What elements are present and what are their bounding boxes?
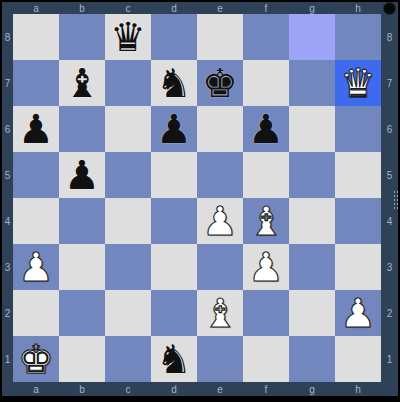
- square-c5[interactable]: [105, 152, 151, 198]
- square-g3[interactable]: [289, 244, 335, 290]
- square-f7[interactable]: [243, 60, 289, 106]
- piece-white-bishop-e2[interactable]: ♝: [202, 290, 238, 336]
- square-f3[interactable]: ♟: [243, 244, 289, 290]
- square-c7[interactable]: [105, 60, 151, 106]
- square-c3[interactable]: [105, 244, 151, 290]
- square-f5[interactable]: [243, 152, 289, 198]
- square-c1[interactable]: [105, 336, 151, 382]
- chess-board-panel: ♛♝♞♚♛♟♟♟♟♟♝♟♟♝♟♚♞ aabbccddeeffgghh887766…: [0, 0, 400, 402]
- square-a3[interactable]: ♟: [13, 244, 59, 290]
- piece-black-knight-d7[interactable]: ♞: [156, 60, 192, 106]
- chess-board[interactable]: ♛♝♞♚♛♟♟♟♟♟♝♟♟♝♟♚♞: [13, 14, 381, 382]
- rank-label-right-1: 1: [381, 336, 398, 382]
- square-h5[interactable]: [335, 152, 381, 198]
- square-a4[interactable]: [13, 198, 59, 244]
- square-e8[interactable]: [197, 14, 243, 60]
- square-g6[interactable]: [289, 106, 335, 152]
- rank-label-right-2: 2: [381, 290, 398, 336]
- square-b8[interactable]: [59, 14, 105, 60]
- rank-label-right-8: 8: [381, 14, 398, 60]
- file-label-top-e: e: [197, 2, 243, 14]
- file-label-bottom-d: d: [151, 382, 197, 396]
- piece-black-king-e7[interactable]: ♚: [202, 60, 238, 106]
- square-f2[interactable]: [243, 290, 289, 336]
- square-a8[interactable]: [13, 14, 59, 60]
- square-g7[interactable]: [289, 60, 335, 106]
- piece-black-knight-d1[interactable]: ♞: [156, 336, 192, 382]
- file-label-top-a: a: [13, 2, 59, 14]
- square-e4[interactable]: ♟: [197, 198, 243, 244]
- piece-white-pawn-h2[interactable]: ♟: [340, 290, 376, 336]
- file-label-bottom-g: g: [289, 382, 335, 396]
- square-b4[interactable]: [59, 198, 105, 244]
- square-g2[interactable]: [289, 290, 335, 336]
- file-label-bottom-a: a: [13, 382, 59, 396]
- square-f6[interactable]: ♟: [243, 106, 289, 152]
- rank-label-right-6: 6: [381, 106, 398, 152]
- square-a1[interactable]: ♚: [13, 336, 59, 382]
- rank-label-left-4: 4: [2, 198, 13, 244]
- file-label-top-b: b: [59, 2, 105, 14]
- square-b3[interactable]: [59, 244, 105, 290]
- square-e5[interactable]: [197, 152, 243, 198]
- file-label-bottom-f: f: [243, 382, 289, 396]
- square-f8[interactable]: [243, 14, 289, 60]
- square-c2[interactable]: [105, 290, 151, 336]
- piece-black-pawn-f6[interactable]: ♟: [248, 106, 284, 152]
- square-f1[interactable]: [243, 336, 289, 382]
- square-d2[interactable]: [151, 290, 197, 336]
- piece-white-bishop-f4[interactable]: ♝: [248, 198, 284, 244]
- resize-grip-icon[interactable]: [393, 190, 400, 210]
- square-b7[interactable]: ♝: [59, 60, 105, 106]
- piece-black-pawn-d6[interactable]: ♟: [156, 106, 192, 152]
- file-label-top-f: f: [243, 2, 289, 14]
- square-c4[interactable]: [105, 198, 151, 244]
- square-a2[interactable]: [13, 290, 59, 336]
- square-d3[interactable]: [151, 244, 197, 290]
- square-a7[interactable]: [13, 60, 59, 106]
- square-b5[interactable]: ♟: [59, 152, 105, 198]
- rank-label-left-7: 7: [2, 60, 13, 106]
- rank-label-left-5: 5: [2, 152, 13, 198]
- square-e3[interactable]: [197, 244, 243, 290]
- file-label-bottom-c: c: [105, 382, 151, 396]
- file-label-bottom-h: h: [335, 382, 381, 396]
- square-a5[interactable]: [13, 152, 59, 198]
- square-e7[interactable]: ♚: [197, 60, 243, 106]
- rank-label-left-1: 1: [2, 336, 13, 382]
- square-a6[interactable]: ♟: [13, 106, 59, 152]
- piece-black-pawn-b5[interactable]: ♟: [64, 152, 100, 198]
- file-label-top-d: d: [151, 2, 197, 14]
- square-e6[interactable]: [197, 106, 243, 152]
- square-d6[interactable]: ♟: [151, 106, 197, 152]
- square-d7[interactable]: ♞: [151, 60, 197, 106]
- square-g1[interactable]: [289, 336, 335, 382]
- square-c8[interactable]: ♛: [105, 14, 151, 60]
- file-label-bottom-e: e: [197, 382, 243, 396]
- rank-label-right-3: 3: [381, 244, 398, 290]
- square-b6[interactable]: [59, 106, 105, 152]
- square-h7[interactable]: ♛: [335, 60, 381, 106]
- file-label-top-h: h: [335, 2, 381, 14]
- square-g8[interactable]: [289, 14, 335, 60]
- square-h6[interactable]: [335, 106, 381, 152]
- rank-label-left-3: 3: [2, 244, 13, 290]
- piece-white-queen-h7[interactable]: ♛: [340, 60, 376, 106]
- square-c6[interactable]: [105, 106, 151, 152]
- square-d8[interactable]: [151, 14, 197, 60]
- piece-white-pawn-a3[interactable]: ♟: [18, 244, 54, 290]
- square-h4[interactable]: [335, 198, 381, 244]
- square-f4[interactable]: ♝: [243, 198, 289, 244]
- square-d1[interactable]: ♞: [151, 336, 197, 382]
- rank-label-left-6: 6: [2, 106, 13, 152]
- square-b1[interactable]: [59, 336, 105, 382]
- piece-black-pawn-a6[interactable]: ♟: [18, 106, 54, 152]
- file-label-bottom-b: b: [59, 382, 105, 396]
- square-e2[interactable]: ♝: [197, 290, 243, 336]
- rank-label-left-2: 2: [2, 290, 13, 336]
- square-h1[interactable]: [335, 336, 381, 382]
- square-g4[interactable]: [289, 198, 335, 244]
- side-to-move-indicator: [383, 2, 396, 15]
- piece-white-king-a1[interactable]: ♚: [18, 336, 54, 382]
- square-h8[interactable]: [335, 14, 381, 60]
- file-label-top-c: c: [105, 2, 151, 14]
- piece-white-pawn-e4[interactable]: ♟: [202, 198, 238, 244]
- square-d5[interactable]: [151, 152, 197, 198]
- square-h3[interactable]: [335, 244, 381, 290]
- square-e1[interactable]: [197, 336, 243, 382]
- square-d4[interactable]: [151, 198, 197, 244]
- piece-black-bishop-b7[interactable]: ♝: [64, 60, 100, 106]
- square-g5[interactable]: [289, 152, 335, 198]
- rank-label-left-8: 8: [2, 14, 13, 60]
- rank-label-right-7: 7: [381, 60, 398, 106]
- piece-white-pawn-f3[interactable]: ♟: [248, 244, 284, 290]
- piece-black-queen-c8[interactable]: ♛: [110, 14, 146, 60]
- square-b2[interactable]: [59, 290, 105, 336]
- file-label-top-g: g: [289, 2, 335, 14]
- square-h2[interactable]: ♟: [335, 290, 381, 336]
